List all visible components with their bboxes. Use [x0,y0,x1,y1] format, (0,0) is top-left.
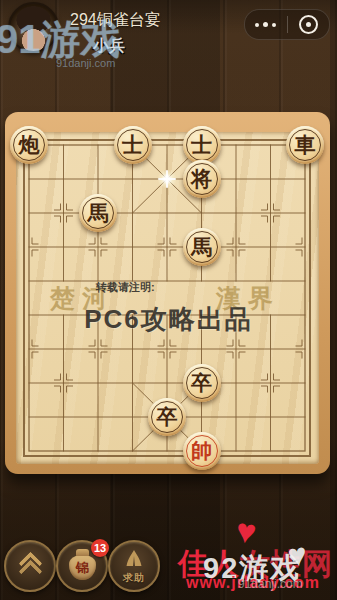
xiangqi-piece-red[interactable]: 帥 [183,432,221,470]
watermark-jrlady-site: 佳人女性网 [178,544,333,585]
watermark-91danji-url: 91danji.com [238,577,303,591]
xiangqi-piece-black[interactable]: 将 [183,160,221,198]
hint-count-badge: 13 [91,539,109,557]
watermark-heart-red: ♥ [233,511,258,552]
xiangqi-piece-black[interactable]: 馬 [183,228,221,266]
wechat-capsule [244,9,330,40]
xiangqi-piece-black[interactable]: 卒 [148,398,186,436]
piece-layer: 炮士士車将馬馬卒卒帥 [21,137,313,459]
collapse-button[interactable] [4,540,56,592]
app-screen: 294铜雀台宴 小兵 91游戏 91danji.com 楚河 漢界 炮士士車将馬… [0,0,337,600]
close-miniprogram-icon[interactable] [288,10,330,39]
level-subtitle: 小兵 [93,36,125,57]
help-label: 求助 [110,571,158,585]
watermark-91game-url: 91danji.com [56,57,115,69]
xiangqi-piece-black[interactable]: 馬 [79,194,117,232]
page-title: 294铜雀台宴 [70,10,161,31]
xiangqi-board: 楚河 漢界 炮士士車将馬馬卒卒帥 [5,112,330,474]
praying-hands-icon [121,549,147,573]
hint-bag-button[interactable]: 锦 13 [56,540,108,592]
xiangqi-piece-black[interactable]: 車 [286,126,324,164]
more-menu-icon[interactable] [245,10,287,39]
avatar[interactable] [8,2,59,53]
move-highlight-sparkle [157,169,177,189]
xiangqi-piece-black[interactable]: 炮 [10,126,48,164]
xiangqi-piece-black[interactable]: 卒 [183,364,221,402]
xiangqi-piece-black[interactable]: 士 [114,126,152,164]
watermark-92game: 92游戏 [203,549,301,589]
money-bag-icon: 锦 [69,555,96,580]
watermark-jrlady-url: www.jrlady.com [186,574,320,592]
help-button[interactable]: 求助 [108,540,160,592]
xiangqi-piece-black[interactable]: 士 [183,126,221,164]
watermark-heart-white: ♥ [286,536,310,575]
